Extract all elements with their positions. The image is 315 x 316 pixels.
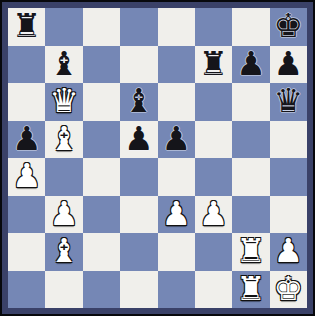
square-e3[interactable]: ♟ <box>158 196 195 234</box>
white-pawn-a4: ♟ <box>12 159 42 192</box>
square-d5[interactable]: ♟ <box>120 121 157 159</box>
square-e4[interactable] <box>158 158 195 196</box>
white-pawn-h2: ♟ <box>274 234 304 267</box>
square-f2[interactable] <box>195 233 232 271</box>
square-d6[interactable]: ♝ <box>120 83 157 121</box>
square-a4[interactable]: ♟ <box>8 158 45 196</box>
white-pawn-e3: ♟ <box>161 197 191 230</box>
square-g4[interactable] <box>232 158 269 196</box>
square-e6[interactable] <box>158 83 195 121</box>
square-h7[interactable]: ♟ <box>270 46 307 84</box>
white-rook-g2: ♜ <box>236 234 266 267</box>
square-h6[interactable]: ♛ <box>270 83 307 121</box>
board-frame: ♜♚♝♜♟♟♛♝♛♟♝♟♟♟♟♟♟♝♜♟♜♚ <box>2 2 313 314</box>
black-pawn-e5: ♟ <box>161 122 191 155</box>
white-bishop-b2: ♝ <box>49 234 79 267</box>
black-pawn-d5: ♟ <box>124 122 154 155</box>
square-a2[interactable] <box>8 233 45 271</box>
square-f3[interactable]: ♟ <box>195 196 232 234</box>
square-g7[interactable]: ♟ <box>232 46 269 84</box>
square-f7[interactable]: ♜ <box>195 46 232 84</box>
square-c2[interactable] <box>83 233 120 271</box>
square-g3[interactable] <box>232 196 269 234</box>
square-d1[interactable] <box>120 271 157 309</box>
black-pawn-h7: ♟ <box>274 47 304 80</box>
square-h1[interactable]: ♚ <box>270 271 307 309</box>
square-h3[interactable] <box>270 196 307 234</box>
black-pawn-a5: ♟ <box>12 122 42 155</box>
black-pawn-g7: ♟ <box>236 47 266 80</box>
square-d3[interactable] <box>120 196 157 234</box>
square-a1[interactable] <box>8 271 45 309</box>
square-e8[interactable] <box>158 8 195 46</box>
square-e7[interactable] <box>158 46 195 84</box>
white-rook-g1: ♜ <box>236 272 266 305</box>
square-f1[interactable] <box>195 271 232 309</box>
black-queen-h6: ♛ <box>274 84 304 117</box>
square-a3[interactable] <box>8 196 45 234</box>
square-f4[interactable] <box>195 158 232 196</box>
white-pawn-b3: ♟ <box>49 197 79 230</box>
square-b4[interactable] <box>45 158 82 196</box>
square-d4[interactable] <box>120 158 157 196</box>
white-king-h1: ♚ <box>274 272 304 305</box>
square-c7[interactable] <box>83 46 120 84</box>
white-queen-b6: ♛ <box>49 84 79 117</box>
square-b2[interactable]: ♝ <box>45 233 82 271</box>
square-e2[interactable] <box>158 233 195 271</box>
square-b1[interactable] <box>45 271 82 309</box>
white-bishop-b5: ♝ <box>49 122 79 155</box>
square-h5[interactable] <box>270 121 307 159</box>
square-b8[interactable] <box>45 8 82 46</box>
square-c3[interactable] <box>83 196 120 234</box>
square-g5[interactable] <box>232 121 269 159</box>
square-a7[interactable] <box>8 46 45 84</box>
square-b7[interactable]: ♝ <box>45 46 82 84</box>
square-e1[interactable] <box>158 271 195 309</box>
black-bishop-d6: ♝ <box>124 84 154 117</box>
square-f6[interactable] <box>195 83 232 121</box>
square-g1[interactable]: ♜ <box>232 271 269 309</box>
square-h4[interactable] <box>270 158 307 196</box>
square-g6[interactable] <box>232 83 269 121</box>
square-e5[interactable]: ♟ <box>158 121 195 159</box>
square-a5[interactable]: ♟ <box>8 121 45 159</box>
square-g2[interactable]: ♜ <box>232 233 269 271</box>
square-a6[interactable] <box>8 83 45 121</box>
black-king-h8: ♚ <box>274 9 304 42</box>
square-a8[interactable]: ♜ <box>8 8 45 46</box>
chess-app-window: ♜♚♝♜♟♟♛♝♛♟♝♟♟♟♟♟♟♝♜♟♜♚ <box>0 0 315 316</box>
square-d7[interactable] <box>120 46 157 84</box>
square-b3[interactable]: ♟ <box>45 196 82 234</box>
square-h2[interactable]: ♟ <box>270 233 307 271</box>
square-d2[interactable] <box>120 233 157 271</box>
square-c4[interactable] <box>83 158 120 196</box>
square-c6[interactable] <box>83 83 120 121</box>
square-d8[interactable] <box>120 8 157 46</box>
square-c5[interactable] <box>83 121 120 159</box>
black-rook-f7: ♜ <box>199 47 229 80</box>
square-c1[interactable] <box>83 271 120 309</box>
square-c8[interactable] <box>83 8 120 46</box>
square-f5[interactable] <box>195 121 232 159</box>
white-pawn-f3: ♟ <box>199 197 229 230</box>
black-bishop-b7: ♝ <box>49 47 79 80</box>
chess-board: ♜♚♝♜♟♟♛♝♛♟♝♟♟♟♟♟♟♝♜♟♜♚ <box>8 8 307 308</box>
square-g8[interactable] <box>232 8 269 46</box>
square-h8[interactable]: ♚ <box>270 8 307 46</box>
square-f8[interactable] <box>195 8 232 46</box>
square-b5[interactable]: ♝ <box>45 121 82 159</box>
square-b6[interactable]: ♛ <box>45 83 82 121</box>
black-rook-a8: ♜ <box>12 9 42 42</box>
